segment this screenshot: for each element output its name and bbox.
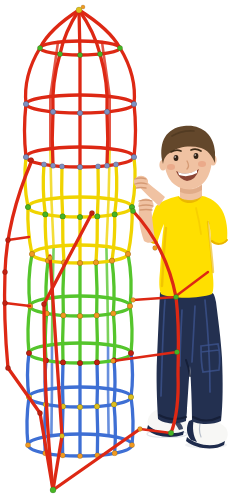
connector: [131, 154, 136, 159]
straw-back: [106, 246, 107, 297]
straw-vertical: [97, 315, 98, 362]
connector: [128, 394, 133, 399]
straw-vertical: [25, 104, 27, 157]
straw-vertical: [120, 48, 134, 104]
connector: [61, 313, 66, 318]
fin-tip-connector: [50, 487, 56, 493]
connector: [77, 52, 82, 57]
connector: [77, 453, 82, 458]
straw-vertical: [130, 306, 132, 353]
boy-cheek-left: [167, 164, 175, 170]
connector: [5, 365, 10, 370]
connector: [173, 294, 178, 299]
straw-vertical: [28, 353, 30, 397]
connector: [25, 442, 30, 447]
connector: [95, 214, 100, 219]
straw-vertical: [113, 313, 114, 360]
connector: [28, 157, 33, 162]
straw-vertical: [128, 254, 131, 306]
connector: [94, 313, 99, 318]
connector: [77, 110, 82, 115]
straw-vertical: [63, 315, 64, 362]
straw-rocket-scene: [0, 0, 228, 500]
connector: [112, 451, 117, 456]
connector: [37, 410, 42, 415]
straw-vertical: [63, 216, 64, 262]
straw-vertical: [52, 112, 53, 166]
connector: [60, 453, 65, 458]
straw-vertical: [26, 48, 40, 104]
connector: [50, 109, 55, 114]
straw-vertical: [43, 164, 45, 214]
connector: [104, 163, 109, 168]
boy-cheek-right: [198, 161, 206, 167]
connector: [60, 214, 65, 219]
apex-connector: [81, 5, 85, 9]
connector: [23, 154, 28, 159]
connector: [111, 402, 116, 407]
straw-vertical: [28, 306, 30, 353]
boy-eye-glint: [174, 156, 176, 158]
connector: [174, 349, 179, 354]
connector: [25, 204, 30, 209]
straw-vertical: [25, 157, 28, 207]
straw-vertical: [128, 207, 132, 254]
connector: [26, 350, 31, 355]
connector: [2, 300, 7, 305]
boy-eye-right: [194, 153, 199, 159]
straw-vertical: [29, 254, 32, 306]
connector: [138, 427, 143, 432]
boy-eye-left: [174, 155, 179, 161]
connector: [5, 237, 10, 242]
connector: [57, 51, 62, 56]
connector: [77, 313, 82, 318]
connector: [111, 311, 116, 316]
connector: [153, 246, 158, 251]
connector: [112, 212, 117, 217]
straw-vertical: [97, 406, 98, 455]
straw-vertical: [97, 362, 98, 406]
straw-vertical: [107, 112, 108, 166]
straw-vertical: [62, 166, 63, 216]
straw-vertical: [45, 214, 48, 260]
connector: [43, 212, 48, 217]
connector: [127, 303, 132, 308]
straw-back: [51, 389, 52, 436]
boy-jeans: [157, 292, 223, 424]
connector: [94, 360, 99, 365]
connector: [77, 260, 82, 265]
straw-vertical: [63, 362, 64, 406]
connector: [37, 45, 42, 50]
connector: [48, 256, 53, 261]
rocket-tower: [23, 5, 136, 459]
straw-back: [108, 298, 109, 345]
connector: [77, 214, 82, 219]
connector: [77, 360, 82, 365]
connector: [168, 430, 174, 436]
straw-vertical: [112, 261, 114, 314]
connector: [41, 301, 46, 306]
straw-vertical: [134, 104, 136, 157]
connector: [60, 434, 65, 439]
connector: [117, 45, 122, 50]
connector: [23, 101, 28, 106]
connector: [94, 404, 99, 409]
connector: [131, 101, 136, 106]
connector: [109, 258, 114, 263]
product-photo: Boy in a yellow t-shirt and dark jeans s…: [0, 0, 228, 500]
connector: [95, 164, 100, 169]
straw-vertical: [115, 164, 117, 214]
straw-vertical: [28, 207, 32, 254]
connector: [50, 163, 55, 168]
straw-vertical: [131, 397, 133, 445]
connector: [111, 359, 116, 364]
connector: [128, 350, 133, 355]
straw-vertical: [112, 214, 115, 260]
cone-strut: [79, 10, 80, 55]
connector: [77, 404, 82, 409]
connector: [89, 210, 94, 215]
connector: [131, 298, 136, 303]
boy-eye-glint: [194, 154, 196, 156]
left-fin-tie-lower: [5, 303, 30, 306]
connector: [129, 442, 134, 447]
straw-vertical: [96, 216, 97, 262]
connector: [104, 109, 109, 114]
left-fin-tie-upper: [8, 237, 29, 240]
straw-vertical: [27, 397, 29, 445]
straw-vertical: [96, 262, 97, 315]
connector: [41, 162, 46, 167]
connector: [125, 251, 130, 256]
left-fin-strut-d: [53, 436, 62, 490]
connector: [93, 260, 98, 265]
connector: [130, 208, 135, 213]
connector: [97, 51, 102, 56]
straw-back: [106, 199, 108, 247]
rocket-left-fin: [2, 157, 140, 493]
straw-vertical: [97, 166, 98, 216]
connector: [113, 162, 118, 167]
connector: [60, 360, 65, 365]
straw-back: [51, 199, 53, 247]
boy: [134, 126, 228, 449]
connector: [77, 164, 82, 169]
connector: [29, 251, 34, 256]
connector: [2, 269, 7, 274]
straw-back: [108, 389, 109, 436]
connector: [59, 164, 64, 169]
straw-vertical: [114, 360, 115, 404]
